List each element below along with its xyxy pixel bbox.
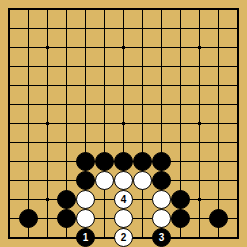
black-stone[interactable] [209,209,228,228]
intersection[interactable] [57,190,76,209]
intersection[interactable] [114,133,133,152]
intersection[interactable] [133,133,152,152]
intersection[interactable] [95,114,114,133]
intersection[interactable] [19,152,38,171]
intersection[interactable] [133,0,152,19]
intersection[interactable] [209,38,228,57]
intersection[interactable] [0,209,19,228]
star-point [198,122,201,125]
intersection[interactable] [152,114,171,133]
intersection[interactable] [57,209,76,228]
intersection[interactable] [57,133,76,152]
intersection[interactable] [0,95,19,114]
black-stone[interactable] [57,190,76,209]
intersection[interactable] [209,0,228,19]
white-stone[interactable] [133,171,152,190]
intersection[interactable] [38,76,57,95]
intersection[interactable] [95,190,114,209]
intersection[interactable] [76,152,95,171]
intersection[interactable] [76,95,95,114]
intersection[interactable] [38,114,57,133]
intersection[interactable] [38,57,57,76]
white-stone[interactable] [95,171,114,190]
intersection[interactable] [209,95,228,114]
intersection[interactable] [171,133,190,152]
intersection[interactable] [190,114,209,133]
intersection[interactable] [38,209,57,228]
intersection[interactable] [190,57,209,76]
intersection[interactable] [0,19,19,38]
intersection[interactable] [76,209,95,228]
black-stone-move-3[interactable]: 3 [152,228,171,247]
intersection[interactable] [114,152,133,171]
intersection[interactable] [57,76,76,95]
intersection[interactable] [0,228,19,247]
intersection[interactable]: 1 [76,228,95,247]
intersection[interactable] [152,0,171,19]
intersection[interactable] [152,171,171,190]
intersection[interactable] [171,76,190,95]
intersection[interactable] [228,76,247,95]
intersection[interactable] [171,0,190,19]
intersection[interactable] [152,133,171,152]
intersection[interactable] [152,38,171,57]
intersection[interactable] [0,152,19,171]
intersection[interactable] [38,171,57,190]
intersection[interactable] [19,171,38,190]
intersection[interactable] [133,209,152,228]
go-board: 4123 [0,0,247,247]
intersection[interactable] [228,38,247,57]
intersection[interactable] [38,228,57,247]
intersection[interactable] [171,95,190,114]
intersection[interactable] [228,57,247,76]
intersection[interactable] [190,190,209,209]
intersection[interactable] [19,209,38,228]
intersection[interactable] [76,0,95,19]
intersection[interactable] [0,190,19,209]
intersection[interactable] [133,190,152,209]
intersection[interactable] [228,19,247,38]
intersection[interactable] [0,114,19,133]
intersection[interactable] [171,190,190,209]
intersection[interactable] [228,152,247,171]
black-stone[interactable] [114,152,133,171]
intersection[interactable] [190,209,209,228]
intersection[interactable] [0,0,19,19]
intersection[interactable] [19,114,38,133]
intersection[interactable] [209,171,228,190]
intersection[interactable] [114,19,133,38]
intersection[interactable]: 4 [114,190,133,209]
star-point [46,46,49,49]
intersection[interactable] [190,133,209,152]
go-diagram: 4123 [0,0,247,247]
intersection[interactable] [19,76,38,95]
intersection[interactable] [57,114,76,133]
intersection[interactable] [38,95,57,114]
intersection[interactable] [19,228,38,247]
intersection[interactable] [57,228,76,247]
intersection[interactable] [95,95,114,114]
star-point [122,122,125,125]
star-point [46,122,49,125]
intersection[interactable] [0,57,19,76]
intersection[interactable] [38,19,57,38]
intersection[interactable] [95,0,114,19]
star-point [46,198,49,201]
intersection[interactable] [171,19,190,38]
intersection[interactable] [190,76,209,95]
intersection[interactable] [19,57,38,76]
black-stone[interactable] [171,209,190,228]
intersection[interactable] [190,95,209,114]
intersection[interactable] [0,171,19,190]
intersection[interactable] [228,171,247,190]
black-stone[interactable] [133,152,152,171]
intersection[interactable] [114,76,133,95]
intersection[interactable] [190,0,209,19]
intersection[interactable] [19,190,38,209]
intersection[interactable] [19,133,38,152]
intersection[interactable] [57,152,76,171]
black-stone-move-1[interactable]: 1 [76,228,95,247]
star-point [122,46,125,49]
intersection[interactable] [133,152,152,171]
intersection[interactable] [114,95,133,114]
intersection[interactable] [152,190,171,209]
black-stone[interactable] [19,209,38,228]
intersection[interactable] [228,133,247,152]
star-point [198,198,201,201]
intersection[interactable] [57,19,76,38]
intersection[interactable] [19,0,38,19]
intersection[interactable] [114,0,133,19]
white-stone[interactable] [152,190,171,209]
black-stone[interactable] [152,152,171,171]
intersection[interactable] [95,228,114,247]
black-stone[interactable] [76,171,95,190]
intersection[interactable] [38,190,57,209]
black-stone[interactable] [152,171,171,190]
intersection[interactable] [228,228,247,247]
intersection[interactable] [209,19,228,38]
intersection[interactable] [209,114,228,133]
intersection[interactable] [114,209,133,228]
intersection[interactable] [57,171,76,190]
intersection[interactable] [38,0,57,19]
intersection[interactable] [95,152,114,171]
intersection[interactable] [209,228,228,247]
white-stone[interactable] [152,209,171,228]
intersection[interactable] [152,19,171,38]
black-stone[interactable] [95,152,114,171]
intersection[interactable] [57,0,76,19]
intersection[interactable] [209,190,228,209]
intersection[interactable] [228,190,247,209]
intersection[interactable] [171,171,190,190]
white-stone-move-2[interactable]: 2 [114,228,133,247]
intersection[interactable] [0,133,19,152]
intersection[interactable] [133,171,152,190]
intersection[interactable] [114,114,133,133]
intersection[interactable] [133,38,152,57]
intersection[interactable] [133,19,152,38]
intersection[interactable] [209,133,228,152]
intersection[interactable] [209,209,228,228]
intersection[interactable] [76,133,95,152]
intersection[interactable] [95,19,114,38]
intersection[interactable] [76,57,95,76]
intersection[interactable] [171,228,190,247]
intersection[interactable] [152,209,171,228]
intersection[interactable] [209,152,228,171]
white-stone[interactable] [114,209,133,228]
intersection[interactable] [95,38,114,57]
intersection[interactable] [95,57,114,76]
star-point [198,46,201,49]
white-stone-move-4[interactable]: 4 [114,190,133,209]
intersection[interactable] [209,76,228,95]
intersection[interactable] [152,95,171,114]
white-stone[interactable] [114,171,133,190]
intersection[interactable] [38,38,57,57]
intersection[interactable] [228,0,247,19]
intersection[interactable] [190,171,209,190]
intersection[interactable] [171,209,190,228]
intersection[interactable] [133,57,152,76]
intersection[interactable] [190,38,209,57]
intersection[interactable] [152,152,171,171]
intersection[interactable] [76,190,95,209]
intersection[interactable]: 3 [152,228,171,247]
intersection[interactable] [190,19,209,38]
intersection[interactable] [76,76,95,95]
intersection[interactable] [228,209,247,228]
intersection[interactable] [38,133,57,152]
intersection[interactable] [95,76,114,95]
intersection[interactable] [133,228,152,247]
black-stone[interactable] [171,190,190,209]
intersection[interactable] [152,76,171,95]
intersection[interactable] [76,171,95,190]
intersection[interactable] [95,171,114,190]
intersection[interactable] [152,57,171,76]
intersection[interactable] [114,171,133,190]
black-stone[interactable] [76,152,95,171]
intersection[interactable] [76,38,95,57]
white-stone[interactable] [76,190,95,209]
intersection[interactable] [133,76,152,95]
intersection[interactable] [19,19,38,38]
intersection[interactable] [228,114,247,133]
intersection[interactable] [171,152,190,171]
black-stone[interactable] [57,209,76,228]
intersection[interactable] [38,152,57,171]
intersection[interactable] [171,38,190,57]
intersection[interactable] [95,133,114,152]
intersection[interactable] [190,152,209,171]
intersection[interactable] [76,19,95,38]
intersection[interactable] [114,57,133,76]
white-stone[interactable] [76,209,95,228]
intersection[interactable] [95,209,114,228]
intersection[interactable] [19,38,38,57]
intersection[interactable] [0,38,19,57]
intersection[interactable] [190,228,209,247]
intersection[interactable] [0,76,19,95]
intersection[interactable] [76,114,95,133]
intersection[interactable] [209,57,228,76]
intersection[interactable] [57,38,76,57]
intersection[interactable] [114,38,133,57]
intersection[interactable] [171,114,190,133]
intersection[interactable]: 2 [114,228,133,247]
intersection[interactable] [19,95,38,114]
intersection[interactable] [57,95,76,114]
intersection[interactable] [133,114,152,133]
intersection[interactable] [228,95,247,114]
intersection[interactable] [57,57,76,76]
intersection[interactable] [133,95,152,114]
intersection[interactable] [171,57,190,76]
